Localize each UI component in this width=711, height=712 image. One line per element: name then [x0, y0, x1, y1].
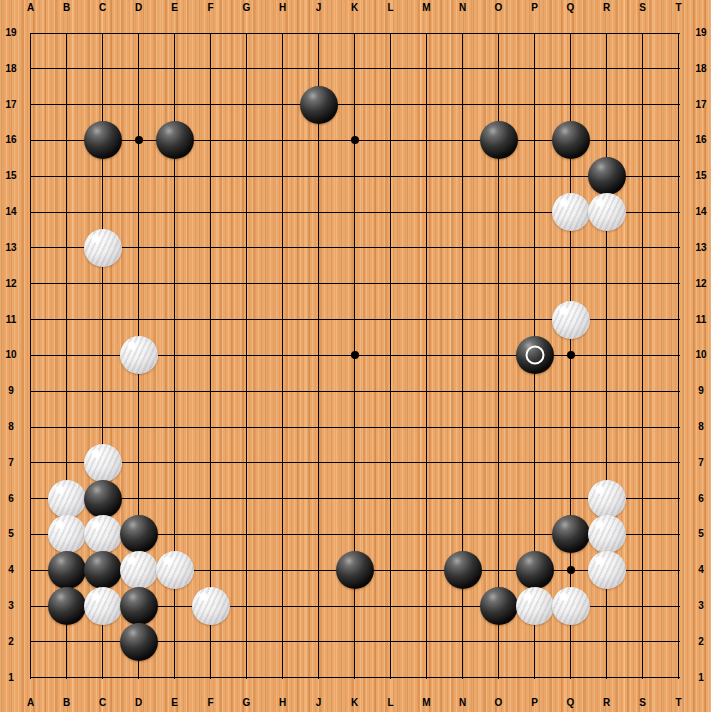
- go-board[interactable]: AABBCCDDEEFFGGHHJJKKLLMMNNOOPPQQRRSSTT19…: [0, 0, 711, 712]
- stone-black-D5[interactable]: [120, 515, 158, 553]
- column-label-bottom-F: F: [207, 698, 213, 708]
- row-label-right-16: 16: [695, 135, 706, 145]
- stone-white-R14[interactable]: [588, 193, 626, 231]
- grid-line-vertical: [30, 33, 31, 679]
- row-label-left-9: 9: [8, 386, 14, 396]
- stone-white-D10[interactable]: [120, 336, 158, 374]
- row-label-right-3: 3: [698, 601, 704, 611]
- stone-black-B4[interactable]: [48, 551, 86, 589]
- column-label-top-K: K: [351, 3, 358, 13]
- stone-black-E16[interactable]: [156, 121, 194, 159]
- row-label-right-4: 4: [698, 565, 704, 575]
- stone-black-R15[interactable]: [588, 157, 626, 195]
- row-label-left-3: 3: [8, 601, 14, 611]
- last-move-marker: [525, 346, 544, 365]
- grid-line-horizontal: [31, 427, 680, 428]
- column-label-top-E: E: [171, 3, 178, 13]
- column-label-bottom-A: A: [27, 698, 34, 708]
- grid-line-horizontal: [31, 104, 680, 105]
- star-point-K10: [351, 351, 359, 359]
- column-label-bottom-O: O: [495, 698, 503, 708]
- row-label-left-8: 8: [8, 422, 14, 432]
- row-label-right-10: 10: [695, 350, 706, 360]
- star-point-Q4: [567, 566, 575, 574]
- row-label-left-7: 7: [8, 458, 14, 468]
- column-label-top-Q: Q: [567, 3, 575, 13]
- row-label-right-12: 12: [695, 279, 706, 289]
- row-label-left-10: 10: [5, 350, 16, 360]
- row-label-left-15: 15: [5, 171, 16, 181]
- row-label-left-1: 1: [8, 673, 14, 683]
- row-label-left-17: 17: [5, 100, 16, 110]
- stone-black-O16[interactable]: [480, 121, 518, 159]
- grid-line-vertical: [210, 33, 211, 679]
- column-label-top-P: P: [531, 3, 538, 13]
- grid-line-horizontal: [31, 33, 680, 34]
- row-label-right-8: 8: [698, 422, 704, 432]
- row-label-left-14: 14: [5, 207, 16, 217]
- row-label-right-14: 14: [695, 207, 706, 217]
- grid-line-vertical: [318, 33, 319, 679]
- stone-white-C13[interactable]: [84, 229, 122, 267]
- column-label-top-S: S: [639, 3, 646, 13]
- row-label-left-18: 18: [5, 64, 16, 74]
- row-label-right-1: 1: [698, 673, 704, 683]
- row-label-right-2: 2: [698, 637, 704, 647]
- grid-line-vertical: [678, 33, 679, 679]
- stone-white-P3[interactable]: [516, 587, 554, 625]
- column-label-bottom-L: L: [387, 698, 393, 708]
- stone-white-Q3[interactable]: [552, 587, 590, 625]
- stone-white-B5[interactable]: [48, 515, 86, 553]
- row-label-right-19: 19: [695, 28, 706, 38]
- row-label-right-17: 17: [695, 100, 706, 110]
- grid-line-horizontal: [31, 462, 680, 463]
- grid-line-vertical: [642, 33, 643, 679]
- grid-line-vertical: [426, 33, 427, 679]
- column-label-bottom-P: P: [531, 698, 538, 708]
- row-label-right-6: 6: [698, 494, 704, 504]
- row-label-right-18: 18: [695, 64, 706, 74]
- stone-black-N4[interactable]: [444, 551, 482, 589]
- stone-white-Q14[interactable]: [552, 193, 590, 231]
- column-label-bottom-Q: Q: [567, 698, 575, 708]
- row-label-left-6: 6: [8, 494, 14, 504]
- column-label-top-O: O: [495, 3, 503, 13]
- column-label-bottom-S: S: [639, 698, 646, 708]
- stone-white-R4[interactable]: [588, 551, 626, 589]
- star-point-D16: [135, 136, 143, 144]
- grid-line-horizontal: [31, 176, 680, 177]
- star-point-K16: [351, 136, 359, 144]
- stone-black-P4[interactable]: [516, 551, 554, 589]
- stone-white-R6[interactable]: [588, 480, 626, 518]
- stone-black-Q16[interactable]: [552, 121, 590, 159]
- column-label-top-G: G: [243, 3, 251, 13]
- stone-black-D3[interactable]: [120, 587, 158, 625]
- column-label-top-H: H: [279, 3, 286, 13]
- row-label-left-11: 11: [6, 315, 17, 325]
- grid-line-horizontal: [31, 68, 680, 69]
- row-label-right-7: 7: [698, 458, 704, 468]
- column-label-bottom-M: M: [422, 698, 430, 708]
- stone-white-C3[interactable]: [84, 587, 122, 625]
- stone-white-D4[interactable]: [120, 551, 158, 589]
- stone-black-B3[interactable]: [48, 587, 86, 625]
- row-label-right-9: 9: [698, 386, 704, 396]
- grid-line-horizontal: [31, 391, 680, 392]
- column-label-bottom-T: T: [675, 698, 681, 708]
- column-label-top-L: L: [387, 3, 393, 13]
- stone-white-E4[interactable]: [156, 551, 194, 589]
- row-label-left-5: 5: [8, 529, 14, 539]
- row-label-left-2: 2: [8, 637, 14, 647]
- stone-white-R5[interactable]: [588, 515, 626, 553]
- row-label-right-15: 15: [695, 171, 706, 181]
- stone-white-C5[interactable]: [84, 515, 122, 553]
- column-label-bottom-D: D: [135, 698, 142, 708]
- stone-white-C7[interactable]: [84, 444, 122, 482]
- column-label-top-M: M: [422, 3, 430, 13]
- grid-line-vertical: [390, 33, 391, 679]
- grid-line-horizontal: [31, 283, 680, 284]
- column-label-top-A: A: [27, 3, 34, 13]
- stone-black-D2[interactable]: [120, 623, 158, 661]
- row-label-right-5: 5: [698, 529, 704, 539]
- grid-line-vertical: [246, 33, 247, 679]
- column-label-bottom-C: C: [99, 698, 106, 708]
- column-label-bottom-N: N: [459, 698, 466, 708]
- column-label-top-T: T: [675, 3, 681, 13]
- column-label-bottom-H: H: [279, 698, 286, 708]
- stone-black-O3[interactable]: [480, 587, 518, 625]
- column-label-top-B: B: [63, 3, 70, 13]
- stone-black-Q5[interactable]: [552, 515, 590, 553]
- stone-white-Q11[interactable]: [552, 301, 590, 339]
- stone-black-C16[interactable]: [84, 121, 122, 159]
- row-label-left-12: 12: [5, 279, 16, 289]
- row-label-right-13: 13: [695, 243, 706, 253]
- row-label-left-13: 13: [5, 243, 16, 253]
- stone-black-P10[interactable]: [516, 336, 554, 374]
- column-label-bottom-G: G: [243, 698, 251, 708]
- row-label-left-4: 4: [8, 565, 14, 575]
- column-label-top-R: R: [603, 3, 610, 13]
- stone-white-B6[interactable]: [48, 480, 86, 518]
- column-label-bottom-J: J: [316, 698, 322, 708]
- stone-black-K4[interactable]: [336, 551, 374, 589]
- column-label-top-C: C: [99, 3, 106, 13]
- column-label-bottom-B: B: [63, 698, 70, 708]
- column-label-bottom-E: E: [171, 698, 178, 708]
- column-label-top-N: N: [459, 3, 466, 13]
- stone-black-C4[interactable]: [84, 551, 122, 589]
- grid-line-horizontal: [31, 677, 680, 678]
- grid-line-vertical: [282, 33, 283, 679]
- row-label-left-19: 19: [5, 28, 16, 38]
- grid-line-horizontal: [31, 247, 680, 248]
- column-label-bottom-R: R: [603, 698, 610, 708]
- stone-white-F3[interactable]: [192, 587, 230, 625]
- row-label-left-16: 16: [5, 135, 16, 145]
- grid-line-horizontal: [31, 498, 680, 499]
- star-point-Q10: [567, 351, 575, 359]
- stone-black-J17[interactable]: [300, 86, 338, 124]
- column-label-top-F: F: [207, 3, 213, 13]
- column-label-top-D: D: [135, 3, 142, 13]
- column-label-top-J: J: [316, 3, 322, 13]
- stone-black-C6[interactable]: [84, 480, 122, 518]
- row-label-right-11: 11: [696, 315, 707, 325]
- column-label-bottom-K: K: [351, 698, 358, 708]
